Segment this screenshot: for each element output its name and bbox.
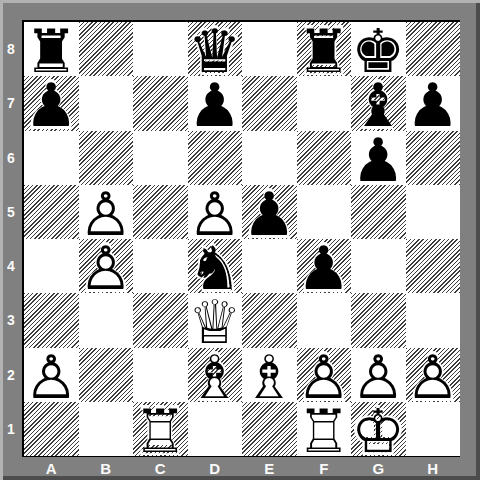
square-f3[interactable] xyxy=(297,293,352,347)
rank-label-5: 5 xyxy=(0,185,22,239)
piece-halo: ♟ xyxy=(348,125,409,193)
square-b8[interactable] xyxy=(79,22,134,76)
file-label-f: F xyxy=(297,457,352,479)
file-label-e: E xyxy=(242,457,297,479)
square-d7[interactable]: ♟♟ xyxy=(188,76,243,130)
square-b4[interactable]: ♟♙ xyxy=(79,239,134,293)
square-d3[interactable]: ♛♕ xyxy=(188,293,243,347)
piece-halo: ♜ xyxy=(130,396,191,464)
square-a1[interactable] xyxy=(24,402,79,456)
square-a8[interactable]: ♜♜ xyxy=(24,22,79,76)
piece-black-rook[interactable]: ♜♜ xyxy=(24,22,79,76)
piece-halo: ♟ xyxy=(21,71,82,139)
square-f6[interactable] xyxy=(297,131,352,185)
square-a6[interactable] xyxy=(24,131,79,185)
file-label-g: G xyxy=(351,457,406,479)
rank-labels: 87654321 xyxy=(0,22,22,456)
piece-glyph: ♟ xyxy=(406,75,460,135)
piece-glyph: ♜ xyxy=(297,21,351,81)
piece-black-pawn[interactable]: ♟♟ xyxy=(406,76,461,130)
piece-halo: ♟ xyxy=(293,342,354,410)
rank-label-2: 2 xyxy=(0,348,22,402)
piece-glyph: ♟ xyxy=(188,75,242,135)
piece-white-rook[interactable]: ♜♖ xyxy=(133,402,188,456)
piece-glyph: ♖ xyxy=(297,401,351,461)
piece-white-king[interactable]: ♚♔ xyxy=(351,402,406,456)
piece-white-pawn[interactable]: ♟♙ xyxy=(79,239,134,293)
piece-white-rook[interactable]: ♜♖ xyxy=(297,402,352,456)
square-d1[interactable] xyxy=(188,402,243,456)
piece-black-knight[interactable]: ♞♞ xyxy=(188,239,243,293)
piece-glyph: ♗ xyxy=(188,346,242,406)
square-d5[interactable]: ♟♙ xyxy=(188,185,243,239)
square-a3[interactable] xyxy=(24,293,79,347)
square-e4[interactable] xyxy=(242,239,297,293)
piece-glyph: ♙ xyxy=(79,238,133,298)
square-g8[interactable]: ♚♚ xyxy=(351,22,406,76)
square-e3[interactable] xyxy=(242,293,297,347)
piece-glyph: ♙ xyxy=(24,346,78,406)
square-h3[interactable] xyxy=(406,293,461,347)
square-h6[interactable] xyxy=(406,131,461,185)
board-frame: 87654321 ♜♜♛♛♜♜♚♚♟♟♟♟♝♝♟♟♟♟♟♙♟♙♟♟♟♙♞♞♟♟♛… xyxy=(0,0,480,480)
square-h5[interactable] xyxy=(406,185,461,239)
square-e5[interactable]: ♟♟ xyxy=(242,185,297,239)
square-c6[interactable] xyxy=(133,131,188,185)
piece-black-queen[interactable]: ♛♛ xyxy=(188,22,243,76)
square-e8[interactable] xyxy=(242,22,297,76)
piece-black-bishop[interactable]: ♝♝ xyxy=(351,76,406,130)
square-e1[interactable] xyxy=(242,402,297,456)
square-g6[interactable]: ♟♟ xyxy=(351,131,406,185)
file-label-b: B xyxy=(79,457,134,479)
square-c8[interactable] xyxy=(133,22,188,76)
piece-glyph: ♞ xyxy=(188,238,242,298)
piece-glyph: ♙ xyxy=(351,346,405,406)
piece-glyph: ♟ xyxy=(351,129,405,189)
piece-halo: ♝ xyxy=(348,71,409,139)
piece-white-queen[interactable]: ♛♕ xyxy=(188,293,243,347)
square-b7[interactable] xyxy=(79,76,134,130)
piece-halo: ♟ xyxy=(402,71,463,139)
piece-glyph: ♟ xyxy=(242,184,296,244)
piece-black-king[interactable]: ♚♚ xyxy=(351,22,406,76)
rank-label-1: 1 xyxy=(0,402,22,456)
piece-glyph: ♙ xyxy=(297,346,351,406)
square-c4[interactable] xyxy=(133,239,188,293)
square-c7[interactable] xyxy=(133,76,188,130)
piece-halo: ♜ xyxy=(293,396,354,464)
square-a5[interactable] xyxy=(24,185,79,239)
piece-white-pawn[interactable]: ♟♙ xyxy=(297,348,352,402)
piece-white-bishop[interactable]: ♝♗ xyxy=(188,348,243,402)
square-f4[interactable]: ♟♟ xyxy=(297,239,352,293)
piece-glyph: ♟ xyxy=(24,75,78,135)
square-h4[interactable] xyxy=(406,239,461,293)
piece-glyph: ♜ xyxy=(24,21,78,81)
piece-halo: ♟ xyxy=(75,179,136,247)
piece-halo: ♟ xyxy=(75,234,136,302)
piece-white-pawn[interactable]: ♟♙ xyxy=(79,185,134,239)
piece-black-pawn[interactable]: ♟♟ xyxy=(242,185,297,239)
rank-label-8: 8 xyxy=(0,22,22,76)
square-c2[interactable] xyxy=(133,348,188,402)
piece-glyph: ♕ xyxy=(188,292,242,352)
square-h1[interactable] xyxy=(406,402,461,456)
square-a2[interactable]: ♟♙ xyxy=(24,348,79,402)
piece-white-pawn[interactable]: ♟♙ xyxy=(406,348,461,402)
piece-glyph: ♖ xyxy=(133,401,187,461)
square-h2[interactable]: ♟♙ xyxy=(406,348,461,402)
piece-black-pawn[interactable]: ♟♟ xyxy=(188,76,243,130)
square-h7[interactable]: ♟♟ xyxy=(406,76,461,130)
square-e2[interactable]: ♝♗ xyxy=(242,348,297,402)
square-c5[interactable] xyxy=(133,185,188,239)
square-g5[interactable] xyxy=(351,185,406,239)
square-g1[interactable]: ♚♔ xyxy=(351,402,406,456)
piece-halo: ♟ xyxy=(348,342,409,410)
piece-halo: ♝ xyxy=(184,342,245,410)
square-d2[interactable]: ♝♗ xyxy=(188,348,243,402)
square-e7[interactable] xyxy=(242,76,297,130)
square-g4[interactable] xyxy=(351,239,406,293)
piece-black-rook[interactable]: ♜♜ xyxy=(297,22,352,76)
piece-white-pawn[interactable]: ♟♙ xyxy=(24,348,79,402)
piece-halo: ♟ xyxy=(402,342,463,410)
square-c1[interactable]: ♜♖ xyxy=(133,402,188,456)
piece-halo: ♟ xyxy=(293,234,354,302)
square-f5[interactable] xyxy=(297,185,352,239)
piece-halo: ♞ xyxy=(184,234,245,302)
piece-glyph: ♗ xyxy=(242,346,296,406)
piece-white-pawn[interactable]: ♟♙ xyxy=(351,348,406,402)
piece-black-pawn[interactable]: ♟♟ xyxy=(297,239,352,293)
square-b5[interactable]: ♟♙ xyxy=(79,185,134,239)
piece-glyph: ♟ xyxy=(297,238,351,298)
piece-glyph: ♔ xyxy=(351,401,405,461)
rank-label-4: 4 xyxy=(0,239,22,293)
rank-label-7: 7 xyxy=(0,76,22,130)
square-b2[interactable] xyxy=(79,348,134,402)
square-c3[interactable] xyxy=(133,293,188,347)
rank-label-6: 6 xyxy=(0,131,22,185)
square-b3[interactable] xyxy=(79,293,134,347)
piece-halo: ♜ xyxy=(21,17,82,85)
square-h8[interactable] xyxy=(406,22,461,76)
square-f8[interactable]: ♜♜ xyxy=(297,22,352,76)
square-e6[interactable] xyxy=(242,131,297,185)
piece-glyph: ♝ xyxy=(351,75,405,135)
piece-halo: ♝ xyxy=(239,342,300,410)
piece-glyph: ♛ xyxy=(188,21,242,81)
rank-label-3: 3 xyxy=(0,293,22,347)
piece-glyph: ♙ xyxy=(79,184,133,244)
piece-halo: ♛ xyxy=(184,17,245,85)
square-b6[interactable] xyxy=(79,131,134,185)
piece-white-pawn[interactable]: ♟♙ xyxy=(188,185,243,239)
file-label-d: D xyxy=(188,457,243,479)
piece-halo: ♟ xyxy=(184,179,245,247)
square-d6[interactable] xyxy=(188,131,243,185)
piece-halo: ♚ xyxy=(348,17,409,85)
piece-black-pawn[interactable]: ♟♟ xyxy=(351,131,406,185)
square-g7[interactable]: ♝♝ xyxy=(351,76,406,130)
file-labels: ABCDEFGH xyxy=(24,457,460,479)
square-f1[interactable]: ♜♖ xyxy=(297,402,352,456)
file-label-a: A xyxy=(24,457,79,479)
square-d8[interactable]: ♛♛ xyxy=(188,22,243,76)
piece-black-pawn[interactable]: ♟♟ xyxy=(24,76,79,130)
square-f2[interactable]: ♟♙ xyxy=(297,348,352,402)
chess-board[interactable]: ♜♜♛♛♜♜♚♚♟♟♟♟♝♝♟♟♟♟♟♙♟♙♟♟♟♙♞♞♟♟♛♕♟♙♝♗♝♗♟♙… xyxy=(22,20,460,457)
square-d4[interactable]: ♞♞ xyxy=(188,239,243,293)
piece-halo: ♟ xyxy=(21,342,82,410)
piece-halo: ♜ xyxy=(293,17,354,85)
square-a4[interactable] xyxy=(24,239,79,293)
piece-glyph: ♚ xyxy=(351,21,405,81)
square-g2[interactable]: ♟♙ xyxy=(351,348,406,402)
piece-halo: ♟ xyxy=(239,179,300,247)
square-a7[interactable]: ♟♟ xyxy=(24,76,79,130)
file-label-h: H xyxy=(406,457,461,479)
file-label-c: C xyxy=(133,457,188,479)
piece-halo: ♛ xyxy=(184,288,245,356)
piece-glyph: ♙ xyxy=(406,346,460,406)
square-b1[interactable] xyxy=(79,402,134,456)
piece-white-bishop[interactable]: ♝♗ xyxy=(242,348,297,402)
square-f7[interactable] xyxy=(297,76,352,130)
piece-glyph: ♙ xyxy=(188,184,242,244)
square-g3[interactable] xyxy=(351,293,406,347)
piece-halo: ♚ xyxy=(348,396,409,464)
piece-halo: ♟ xyxy=(184,71,245,139)
